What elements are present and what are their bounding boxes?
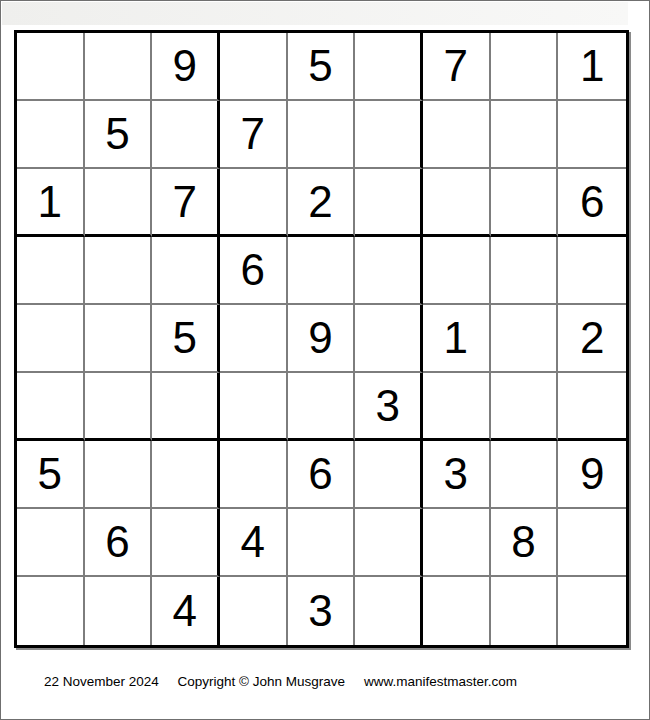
cell-r6c8	[491, 373, 559, 441]
cell-r4c4: 6	[220, 237, 288, 305]
cell-r9c5: 3	[288, 577, 356, 645]
cell-r4c9	[558, 237, 626, 305]
cell-r9c9	[558, 577, 626, 645]
cell-r3c8	[491, 169, 559, 237]
cell-r2c4: 7	[220, 101, 288, 169]
cell-r8c5	[288, 509, 356, 577]
header-strip	[2, 2, 628, 25]
footer: 22 November 2024 Copyright © John Musgra…	[44, 674, 517, 689]
sudoku-grid: 9571571726659123563964843	[14, 30, 629, 648]
cell-r8c2: 6	[85, 509, 153, 577]
cell-r6c4	[220, 373, 288, 441]
cell-r3c2	[85, 169, 153, 237]
cell-r2c9	[558, 101, 626, 169]
cell-r2c7	[423, 101, 491, 169]
cell-r1c7: 7	[423, 33, 491, 101]
cell-r4c3	[152, 237, 220, 305]
cell-r8c6	[355, 509, 423, 577]
cell-r6c1	[17, 373, 85, 441]
cell-r5c7: 1	[423, 305, 491, 373]
cell-r5c4	[220, 305, 288, 373]
cell-r7c2	[85, 441, 153, 509]
cell-r4c5	[288, 237, 356, 305]
cell-r3c9: 6	[558, 169, 626, 237]
cell-r6c2	[85, 373, 153, 441]
cell-r2c2: 5	[85, 101, 153, 169]
cell-r1c1	[17, 33, 85, 101]
puzzle-page: 9571571726659123563964843 22 November 20…	[0, 0, 650, 720]
cell-r8c1	[17, 509, 85, 577]
cell-r7c7: 3	[423, 441, 491, 509]
cell-r8c9	[558, 509, 626, 577]
cell-r9c7	[423, 577, 491, 645]
cell-r4c1	[17, 237, 85, 305]
cell-r7c9: 9	[558, 441, 626, 509]
cell-r3c5: 2	[288, 169, 356, 237]
website-link[interactable]: www.manifestmaster.com	[364, 674, 517, 689]
cell-r4c6	[355, 237, 423, 305]
cell-r7c5: 6	[288, 441, 356, 509]
cell-r5c9: 2	[558, 305, 626, 373]
cell-r6c7	[423, 373, 491, 441]
cell-r5c1	[17, 305, 85, 373]
cell-r4c8	[491, 237, 559, 305]
cell-r9c1	[17, 577, 85, 645]
cell-r6c5	[288, 373, 356, 441]
cell-r5c5: 9	[288, 305, 356, 373]
cell-r9c3: 4	[152, 577, 220, 645]
cell-r9c6	[355, 577, 423, 645]
cell-r6c3	[152, 373, 220, 441]
puzzle-date: 22 November 2024	[44, 674, 159, 689]
cell-r8c7	[423, 509, 491, 577]
cell-r3c6	[355, 169, 423, 237]
cell-r3c1: 1	[17, 169, 85, 237]
cell-r8c8: 8	[491, 509, 559, 577]
cell-r5c2	[85, 305, 153, 373]
cell-r3c3: 7	[152, 169, 220, 237]
cell-r1c9: 1	[558, 33, 626, 101]
copyright-text: Copyright © John Musgrave	[178, 674, 346, 689]
cell-r7c4	[220, 441, 288, 509]
cell-r7c1: 5	[17, 441, 85, 509]
cell-r9c2	[85, 577, 153, 645]
cell-r5c6	[355, 305, 423, 373]
cell-r6c6: 3	[355, 373, 423, 441]
cell-r2c3	[152, 101, 220, 169]
cell-r3c4	[220, 169, 288, 237]
cell-r2c1	[17, 101, 85, 169]
cell-r1c3: 9	[152, 33, 220, 101]
cell-r2c5	[288, 101, 356, 169]
cell-r7c3	[152, 441, 220, 509]
cell-r6c9	[558, 373, 626, 441]
cell-r3c7	[423, 169, 491, 237]
cell-r2c8	[491, 101, 559, 169]
cell-r1c6	[355, 33, 423, 101]
cell-r1c4	[220, 33, 288, 101]
cell-r1c8	[491, 33, 559, 101]
cell-r7c6	[355, 441, 423, 509]
cell-r5c8	[491, 305, 559, 373]
cell-r4c7	[423, 237, 491, 305]
cell-r4c2	[85, 237, 153, 305]
cell-r9c4	[220, 577, 288, 645]
cell-r8c3	[152, 509, 220, 577]
cell-r1c5: 5	[288, 33, 356, 101]
cell-r5c3: 5	[152, 305, 220, 373]
cell-r7c8	[491, 441, 559, 509]
cell-r8c4: 4	[220, 509, 288, 577]
cell-r1c2	[85, 33, 153, 101]
cell-r9c8	[491, 577, 559, 645]
cell-r2c6	[355, 101, 423, 169]
